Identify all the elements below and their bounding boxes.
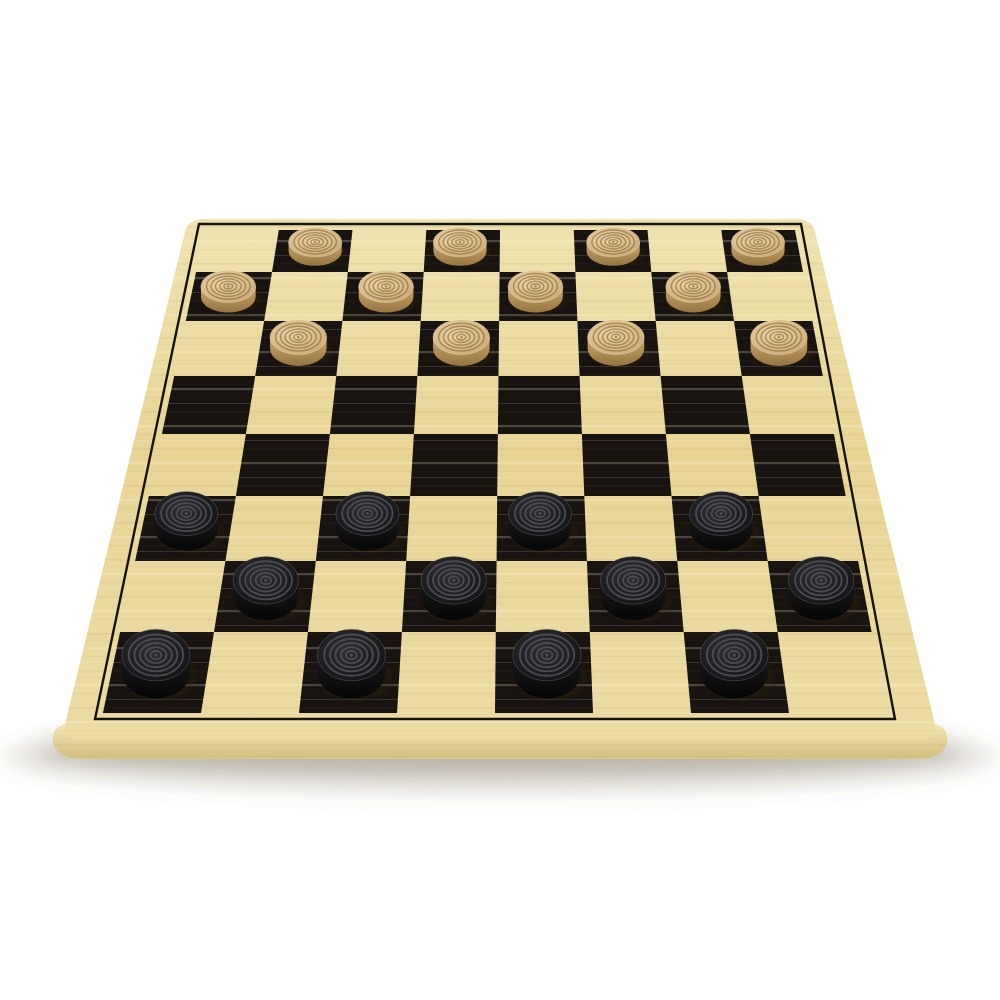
piece-center-dot (459, 241, 462, 244)
piece-center-dot (385, 285, 388, 288)
piece-center-dot (264, 579, 267, 582)
piece-center-dot (350, 653, 353, 656)
checkers-board-photo (0, 0, 1000, 1000)
piece-center-dot (460, 336, 463, 339)
piece-center-dot (297, 336, 300, 339)
photo-stage (0, 0, 1000, 1000)
piece-center-dot (545, 653, 548, 656)
piece-center-dot (757, 241, 760, 244)
piece-center-dot (366, 512, 369, 515)
piece-center-dot (227, 285, 230, 288)
piece-center-dot (185, 512, 188, 515)
piece-center-dot (615, 336, 618, 339)
piece-center-dot (154, 653, 157, 656)
wood-grain-overlay (65, 219, 936, 740)
piece-center-dot (534, 285, 537, 288)
piece-center-dot (632, 579, 635, 582)
piece-center-dot (452, 579, 455, 582)
piece-center-dot (732, 653, 735, 656)
piece-center-dot (692, 285, 695, 288)
piece-center-dot (314, 241, 317, 244)
piece-center-dot (778, 336, 781, 339)
piece-center-dot (720, 512, 723, 515)
piece-center-dot (820, 579, 823, 582)
piece-center-dot (612, 241, 615, 244)
piece-center-dot (538, 512, 541, 515)
